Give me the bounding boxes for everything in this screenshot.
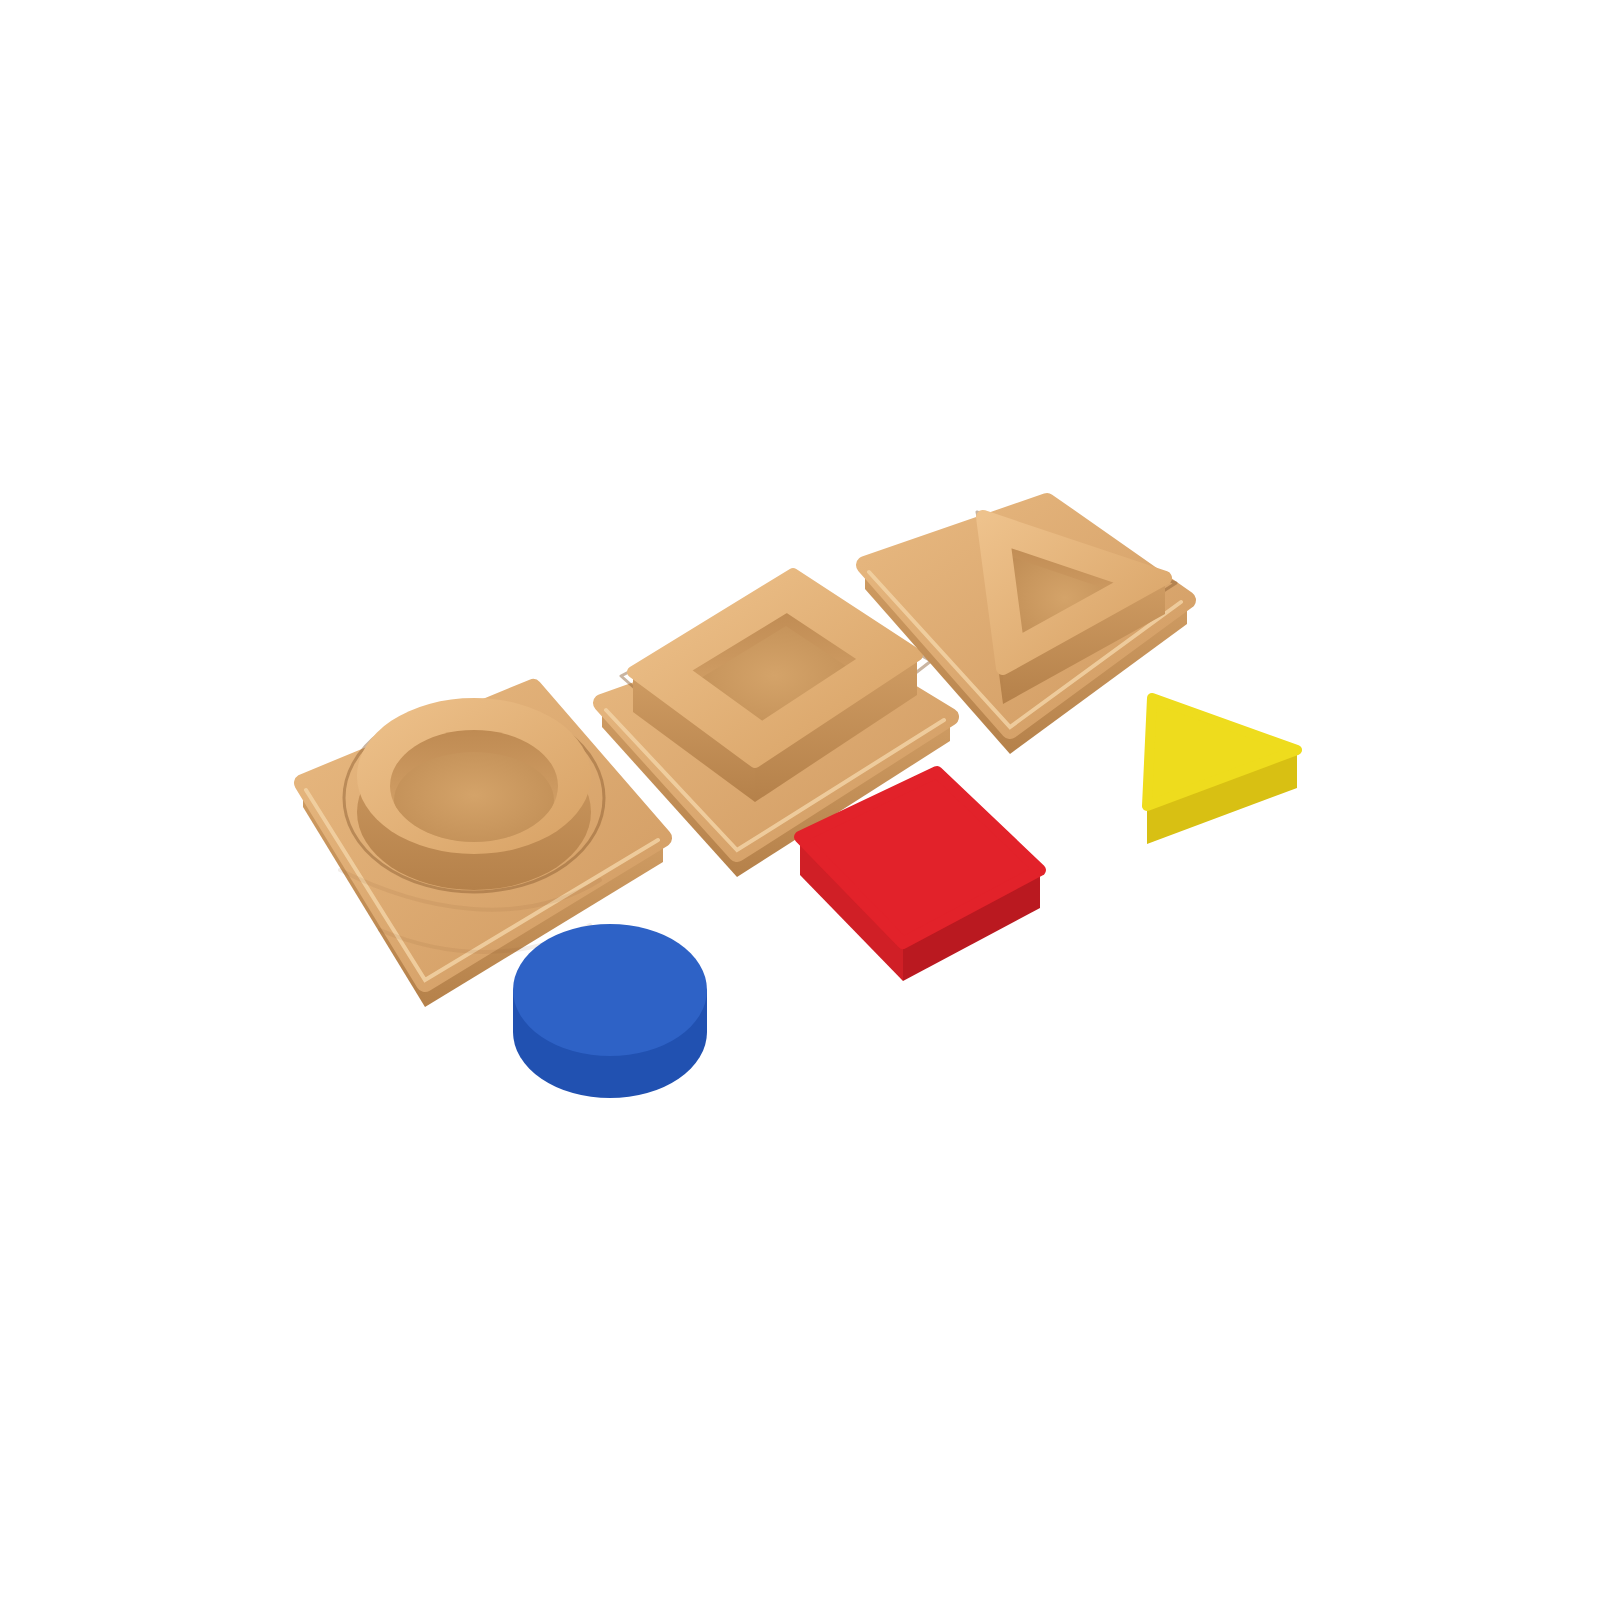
- scene-svg: [0, 0, 1600, 1600]
- blue-circle-piece: [513, 924, 707, 1098]
- photo-canvas: [0, 0, 1600, 1600]
- yellow-triangle-piece: [1147, 698, 1297, 844]
- blue-circle-top: [513, 924, 707, 1056]
